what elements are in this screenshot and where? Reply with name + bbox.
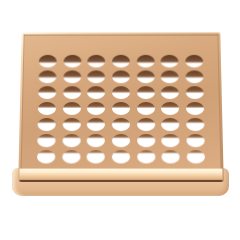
grate-frame-face — [20, 35, 221, 180]
drain-hole — [161, 134, 179, 147]
grate-front-edge-highlight — [19, 169, 222, 182]
drain-hole — [161, 102, 179, 115]
drain-hole — [112, 70, 130, 83]
drain-hole — [87, 102, 105, 115]
shower-drain-product-photo — [0, 0, 240, 240]
drain-hole — [63, 54, 81, 67]
grate-plate — [18, 33, 224, 182]
drain-hole — [37, 134, 55, 147]
drain-hole — [38, 86, 56, 99]
drain-hole — [186, 118, 204, 131]
drain-hole — [137, 102, 155, 115]
drain-hole — [88, 70, 106, 83]
drain-hole — [112, 86, 130, 99]
drain-hole — [112, 151, 130, 164]
drain-hole — [136, 54, 154, 67]
drain-hole — [87, 151, 105, 164]
drain-hole — [137, 134, 155, 147]
drain-hole — [39, 54, 57, 67]
drain-hole — [186, 134, 204, 147]
drain-hole — [112, 54, 130, 67]
drain-hole — [136, 70, 154, 83]
drain-hole — [112, 102, 130, 115]
drain-hole — [185, 70, 203, 83]
drain-hole — [186, 102, 204, 115]
drain-hole — [137, 151, 155, 164]
drain-hole — [87, 134, 105, 147]
drain-hole — [87, 118, 105, 131]
drain-hole — [162, 151, 180, 164]
drain-hole — [161, 118, 179, 131]
drain-hole — [38, 118, 56, 131]
drain-hole — [87, 86, 105, 99]
drain-hole — [161, 70, 179, 83]
drain-hole — [39, 70, 57, 83]
drain-hole — [137, 118, 155, 131]
hole-grid — [34, 53, 208, 166]
drain-hole — [63, 102, 81, 115]
drain-hole — [112, 134, 130, 147]
drain-hole — [62, 134, 80, 147]
drain-hole — [185, 86, 203, 99]
drain-hole — [186, 151, 204, 164]
drain-hole — [112, 118, 130, 131]
drain-hole — [88, 54, 106, 67]
drain-hole — [161, 86, 179, 99]
drain-hole — [185, 54, 203, 67]
drain-hole — [62, 151, 80, 164]
drain-hole — [37, 151, 55, 164]
drain-hole — [38, 102, 56, 115]
drain-hole — [63, 118, 81, 131]
drain-hole — [136, 86, 154, 99]
drain-hole — [63, 86, 81, 99]
drain-hole — [63, 70, 81, 83]
drain-hole — [161, 54, 179, 67]
